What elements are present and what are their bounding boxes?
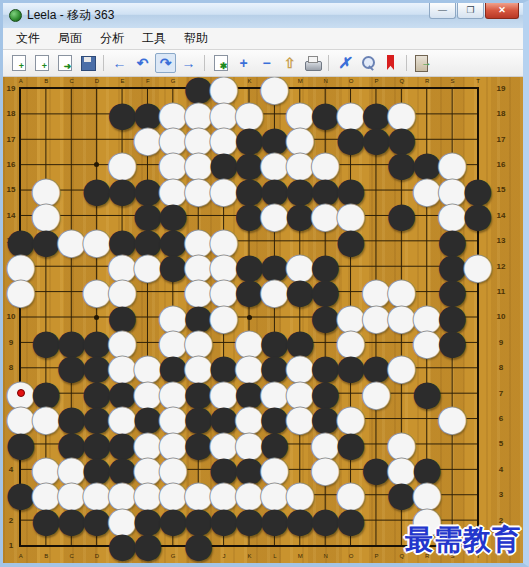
board-point[interactable]: ● bbox=[84, 508, 109, 533]
toolbar-separator bbox=[328, 55, 329, 71]
pass-move-icon[interactable]: ⇧ bbox=[279, 53, 300, 73]
board-point[interactable] bbox=[84, 127, 109, 152]
leela-window: Leela - 移动 363 —❐✕ 文件局面分析工具帮助 ++➜←↶↷→✱+−… bbox=[0, 0, 529, 567]
board-point[interactable] bbox=[465, 127, 490, 152]
board-point[interactable] bbox=[33, 279, 58, 304]
menu-bar: 文件局面分析工具帮助 bbox=[3, 28, 523, 50]
row-label-left: 4 bbox=[5, 465, 17, 474]
board-point[interactable]: ● bbox=[389, 482, 414, 507]
black-stone: ● bbox=[437, 330, 468, 355]
board-point[interactable] bbox=[440, 457, 465, 482]
row-label-right: 7 bbox=[495, 389, 507, 398]
row-label-left: 10 bbox=[5, 312, 17, 321]
col-label-top: D bbox=[91, 78, 103, 84]
board-point[interactable]: ● bbox=[33, 406, 58, 431]
star-point bbox=[94, 315, 99, 320]
col-label-bottom: L bbox=[269, 553, 281, 559]
board-point[interactable]: ● bbox=[338, 228, 363, 253]
board-point[interactable] bbox=[465, 101, 490, 126]
board-point[interactable]: ● bbox=[465, 203, 490, 228]
col-label-top: K bbox=[243, 78, 255, 84]
col-label-top: P bbox=[370, 78, 382, 84]
board-point[interactable]: ● bbox=[135, 127, 160, 152]
bookmark-icon[interactable] bbox=[380, 53, 401, 73]
board-point[interactable]: ● bbox=[440, 330, 465, 355]
row-label-right: 19 bbox=[495, 84, 507, 93]
exit-icon[interactable] bbox=[412, 53, 433, 73]
board-point[interactable]: ● bbox=[211, 508, 236, 533]
remove-stone-icon[interactable]: − bbox=[256, 53, 277, 73]
toolbar-separator bbox=[103, 55, 104, 71]
col-label-bottom: D bbox=[91, 553, 103, 559]
row-label-left: 14 bbox=[5, 211, 17, 220]
col-label-top: G bbox=[167, 78, 179, 84]
window-title: Leela - 移动 363 bbox=[27, 7, 429, 24]
col-label-top: A bbox=[15, 78, 27, 84]
col-label-top: C bbox=[66, 78, 78, 84]
board-point[interactable]: ● bbox=[33, 228, 58, 253]
row-label-left: 1 bbox=[5, 541, 17, 550]
col-label-bottom: G bbox=[167, 553, 179, 559]
row-label-right: 9 bbox=[495, 338, 507, 347]
row-label-right: 17 bbox=[495, 135, 507, 144]
black-stone: ● bbox=[386, 203, 417, 228]
row-label-left: 18 bbox=[5, 109, 17, 118]
score-game-icon[interactable]: ✗ bbox=[334, 53, 355, 73]
col-label-top: E bbox=[116, 78, 128, 84]
menu-item-0[interactable]: 文件 bbox=[7, 28, 49, 49]
minimize-button[interactable]: — bbox=[429, 3, 456, 19]
board-point[interactable]: ● bbox=[262, 77, 287, 101]
board-point[interactable]: ● bbox=[414, 330, 439, 355]
board-point[interactable]: ● bbox=[59, 355, 84, 380]
board-point[interactable]: ● bbox=[414, 178, 439, 203]
board-point[interactable]: ● bbox=[186, 178, 211, 203]
board-point[interactable]: ● bbox=[440, 406, 465, 431]
board-point[interactable]: ● bbox=[389, 305, 414, 330]
board-point[interactable]: ● bbox=[211, 178, 236, 203]
star-point bbox=[94, 162, 99, 167]
row-label-left: 16 bbox=[5, 160, 17, 169]
maximize-button[interactable]: ❐ bbox=[457, 3, 484, 19]
col-label-bottom: N bbox=[320, 553, 332, 559]
row-label-right: 6 bbox=[495, 414, 507, 423]
jump-start-icon[interactable]: ← bbox=[109, 53, 130, 73]
menu-item-1[interactable]: 局面 bbox=[49, 28, 91, 49]
board-point[interactable]: ● bbox=[389, 152, 414, 177]
board-point[interactable] bbox=[84, 101, 109, 126]
row-label-right: 10 bbox=[495, 312, 507, 321]
row-label-left: 19 bbox=[5, 84, 17, 93]
board-point[interactable] bbox=[135, 305, 160, 330]
row-label-right: 15 bbox=[495, 185, 507, 194]
board-point[interactable]: ● bbox=[262, 279, 287, 304]
board-point[interactable]: ● bbox=[287, 406, 312, 431]
star-point bbox=[247, 315, 252, 320]
board-point[interactable] bbox=[440, 101, 465, 126]
board-point[interactable]: ● bbox=[389, 203, 414, 228]
col-label-top: B bbox=[40, 78, 52, 84]
menu-item-4[interactable]: 帮助 bbox=[175, 28, 217, 49]
board-point[interactable]: ● bbox=[186, 431, 211, 456]
board-point[interactable] bbox=[414, 101, 439, 126]
col-label-top: O bbox=[345, 78, 357, 84]
black-stone: ● bbox=[132, 533, 163, 558]
board-point[interactable]: ● bbox=[33, 508, 58, 533]
board-point[interactable] bbox=[465, 406, 490, 431]
row-label-right: 11 bbox=[495, 287, 507, 296]
board-point[interactable]: ● bbox=[33, 330, 58, 355]
search-analysis-icon[interactable] bbox=[357, 53, 378, 73]
col-label-bottom: B bbox=[40, 553, 52, 559]
board-point[interactable] bbox=[59, 152, 84, 177]
board-point[interactable] bbox=[59, 279, 84, 304]
tool-bar: ++➜←↶↷→✱+−⇧✗ bbox=[3, 50, 523, 77]
menu-item-2[interactable]: 分析 bbox=[91, 28, 133, 49]
col-label-top: N bbox=[320, 78, 332, 84]
board-point[interactable]: ● bbox=[287, 203, 312, 228]
row-label-left: 8 bbox=[5, 363, 17, 372]
row-label-right: 16 bbox=[495, 160, 507, 169]
white-stone: ● bbox=[437, 406, 468, 431]
board-point[interactable]: ● bbox=[465, 254, 490, 279]
col-label-top: F bbox=[142, 78, 154, 84]
board-point[interactable]: ● bbox=[160, 254, 185, 279]
watermark: 最需教育 bbox=[405, 521, 521, 559]
jump-end-icon[interactable]: → bbox=[178, 53, 199, 73]
board-point[interactable]: ● bbox=[84, 178, 109, 203]
board-point[interactable]: ● bbox=[211, 305, 236, 330]
board-point[interactable]: ● bbox=[186, 533, 211, 558]
white-stone: ● bbox=[5, 279, 36, 304]
col-label-bottom: M bbox=[294, 553, 306, 559]
board-point[interactable]: ● bbox=[287, 279, 312, 304]
board-point[interactable]: ● bbox=[262, 508, 287, 533]
black-stone: ● bbox=[183, 533, 214, 558]
row-label-left: 15 bbox=[5, 185, 17, 194]
board-point[interactable]: ● bbox=[59, 228, 84, 253]
board-point[interactable]: ● bbox=[160, 508, 185, 533]
board-point[interactable]: ● bbox=[8, 482, 33, 507]
col-label-top: S bbox=[447, 78, 459, 84]
board-point[interactable]: ● bbox=[313, 203, 338, 228]
board-point[interactable] bbox=[59, 127, 84, 152]
close-button[interactable]: ✕ bbox=[485, 3, 519, 19]
col-label-top: R bbox=[421, 78, 433, 84]
board-point[interactable] bbox=[33, 101, 58, 126]
col-label-top: T bbox=[472, 78, 484, 84]
row-label-right: 13 bbox=[495, 236, 507, 245]
board-point[interactable] bbox=[465, 330, 490, 355]
row-label-right: 12 bbox=[495, 262, 507, 271]
board-point[interactable]: ● bbox=[287, 508, 312, 533]
board-point[interactable] bbox=[465, 482, 490, 507]
redo-move-icon[interactable]: ↷ bbox=[155, 53, 176, 73]
row-label-right: 4 bbox=[495, 465, 507, 474]
board-point[interactable]: ● bbox=[84, 228, 109, 253]
save-file-icon[interactable] bbox=[77, 53, 98, 73]
board-point[interactable]: ● bbox=[389, 355, 414, 380]
row-label-left: 17 bbox=[5, 135, 17, 144]
row-label-right: 5 bbox=[495, 439, 507, 448]
board-point[interactable]: ● bbox=[363, 381, 388, 406]
board-point[interactable] bbox=[440, 482, 465, 507]
board-point[interactable]: ● bbox=[8, 431, 33, 456]
board-point[interactable]: ● bbox=[313, 457, 338, 482]
board-point[interactable] bbox=[465, 355, 490, 380]
add-stone-icon[interactable]: + bbox=[233, 53, 254, 73]
window-controls: —❐✕ bbox=[429, 3, 519, 19]
board-point[interactable]: ● bbox=[414, 381, 439, 406]
board-point[interactable]: ● bbox=[338, 355, 363, 380]
board-point[interactable]: ● bbox=[59, 508, 84, 533]
board-point[interactable] bbox=[465, 381, 490, 406]
col-label-bottom: O bbox=[345, 553, 357, 559]
row-label-right: 14 bbox=[495, 211, 507, 220]
row-label-left: 2 bbox=[5, 516, 17, 525]
board-point[interactable]: ● bbox=[313, 101, 338, 126]
board-point[interactable] bbox=[465, 457, 490, 482]
title-bar[interactable]: Leela - 移动 363 —❐✕ bbox=[3, 3, 523, 28]
col-label-bottom: P bbox=[370, 553, 382, 559]
board-point[interactable]: ● bbox=[84, 279, 109, 304]
board-point[interactable] bbox=[33, 127, 58, 152]
board-point[interactable]: ● bbox=[8, 279, 33, 304]
analyze-icon[interactable]: ✱ bbox=[210, 53, 231, 73]
open-file-icon[interactable]: ➜ bbox=[54, 53, 75, 73]
row-label-right: 8 bbox=[495, 363, 507, 372]
row-label-left: 9 bbox=[5, 338, 17, 347]
row-label-right: 3 bbox=[495, 490, 507, 499]
board-point[interactable] bbox=[59, 101, 84, 126]
board-point[interactable] bbox=[465, 305, 490, 330]
undo-move-icon[interactable]: ↶ bbox=[132, 53, 153, 73]
col-label-bottom: C bbox=[66, 553, 78, 559]
col-label-bottom: A bbox=[15, 553, 27, 559]
col-label-bottom: K bbox=[243, 553, 255, 559]
menu-item-3[interactable]: 工具 bbox=[133, 28, 175, 49]
board-point[interactable]: ● bbox=[313, 508, 338, 533]
toolbar-separator bbox=[406, 55, 407, 71]
new-variation-icon[interactable]: + bbox=[31, 53, 52, 73]
board-point[interactable] bbox=[465, 431, 490, 456]
board-point[interactable] bbox=[414, 228, 439, 253]
board-point[interactable]: ● bbox=[338, 508, 363, 533]
board-point[interactable] bbox=[59, 178, 84, 203]
row-label-right: 18 bbox=[495, 109, 507, 118]
col-label-top: M bbox=[294, 78, 306, 84]
board-point[interactable]: ● bbox=[313, 305, 338, 330]
board-point[interactable]: ● bbox=[262, 203, 287, 228]
board-point[interactable]: ● bbox=[338, 431, 363, 456]
col-label-top: Q bbox=[396, 78, 408, 84]
black-stone: ● bbox=[336, 508, 367, 533]
col-label-bottom: J bbox=[218, 553, 230, 559]
board-point[interactable]: ● bbox=[135, 533, 160, 558]
toolbar-separator bbox=[204, 55, 205, 71]
app-icon bbox=[9, 9, 22, 22]
print-icon[interactable] bbox=[302, 53, 323, 73]
board-point[interactable]: ● bbox=[338, 127, 363, 152]
board-grid: ●●●●●●●●●●●●●●●●●●●●●●●●●●●●●●●●●●●●●●●●… bbox=[8, 77, 490, 558]
go-board[interactable]: ●●●●●●●●●●●●●●●●●●●●●●●●●●●●●●●●●●●●●●●●… bbox=[3, 77, 523, 563]
new-board-icon[interactable]: + bbox=[8, 53, 29, 73]
board-point[interactable] bbox=[414, 254, 439, 279]
board-point[interactable]: ● bbox=[135, 254, 160, 279]
